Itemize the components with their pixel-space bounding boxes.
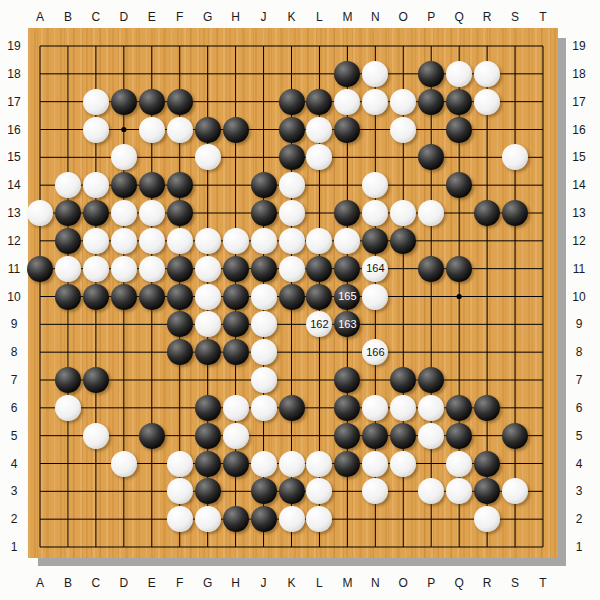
stone-q4[interactable] — [446, 451, 472, 477]
row-label-left-3: 3 — [11, 484, 18, 498]
col-label-bottom-h: H — [231, 576, 240, 590]
stone-o4[interactable] — [390, 451, 416, 477]
stone-n12[interactable] — [362, 228, 388, 254]
row-label-right-13: 13 — [572, 206, 585, 220]
stone-k12[interactable] — [279, 228, 305, 254]
stone-q16[interactable] — [446, 117, 472, 143]
stone-a13[interactable] — [27, 200, 53, 226]
col-label-bottom-r: R — [483, 576, 492, 590]
stone-k13[interactable] — [279, 200, 305, 226]
stone-f3[interactable] — [167, 478, 193, 504]
stone-r2[interactable] — [474, 506, 500, 532]
stone-p15[interactable] — [418, 144, 444, 170]
row-label-left-14: 14 — [7, 178, 20, 192]
stone-o13[interactable] — [390, 200, 416, 226]
stone-h12[interactable] — [223, 228, 249, 254]
stone-f8[interactable] — [167, 339, 193, 365]
stone-h5[interactable] — [223, 423, 249, 449]
stone-g15[interactable] — [195, 144, 221, 170]
row-label-right-6: 6 — [576, 401, 583, 415]
stone-m16[interactable] — [334, 117, 360, 143]
move-number-label: 164 — [366, 263, 384, 274]
col-label-bottom-s: S — [511, 576, 519, 590]
col-label-bottom-m: M — [342, 576, 352, 590]
stone-h4[interactable] — [223, 451, 249, 477]
stone-m9[interactable]: 163 — [334, 311, 360, 337]
stone-b14[interactable] — [55, 172, 81, 198]
stone-b13[interactable] — [55, 200, 81, 226]
stone-k2[interactable] — [279, 506, 305, 532]
stone-m13[interactable] — [334, 200, 360, 226]
row-label-right-10: 10 — [572, 290, 585, 304]
col-label-bottom-j: J — [261, 576, 267, 590]
stone-f17[interactable] — [167, 89, 193, 115]
stone-n4[interactable] — [362, 451, 388, 477]
col-label-bottom-e: E — [148, 576, 156, 590]
stone-d13[interactable] — [111, 200, 137, 226]
col-label-top-n: N — [371, 10, 380, 24]
stone-q14[interactable] — [446, 172, 472, 198]
stone-l12[interactable] — [306, 228, 332, 254]
stone-c11[interactable] — [83, 256, 109, 282]
stone-l11[interactable] — [306, 256, 332, 282]
stone-o6[interactable] — [390, 395, 416, 421]
col-label-bottom-g: G — [203, 576, 212, 590]
move-number-label: 163 — [338, 319, 356, 330]
stone-m11[interactable] — [334, 256, 360, 282]
stone-g4[interactable] — [195, 451, 221, 477]
stone-a11[interactable] — [27, 256, 53, 282]
col-label-bottom-o: O — [399, 576, 408, 590]
col-label-top-j: J — [261, 10, 267, 24]
row-label-left-8: 8 — [11, 345, 18, 359]
stone-g3[interactable] — [195, 478, 221, 504]
row-label-left-15: 15 — [7, 150, 20, 164]
stone-f10[interactable] — [167, 284, 193, 310]
stone-o5[interactable] — [390, 423, 416, 449]
stone-n17[interactable] — [362, 89, 388, 115]
stone-f13[interactable] — [167, 200, 193, 226]
col-label-top-d: D — [119, 10, 128, 24]
stone-q18[interactable] — [446, 61, 472, 87]
stone-q17[interactable] — [446, 89, 472, 115]
stone-g6[interactable] — [195, 395, 221, 421]
stone-h16[interactable] — [223, 117, 249, 143]
stone-b11[interactable] — [55, 256, 81, 282]
stone-n8[interactable]: 166 — [362, 339, 388, 365]
stone-g2[interactable] — [195, 506, 221, 532]
stone-f4[interactable] — [167, 451, 193, 477]
goban[interactable]: 164165162163166 — [28, 28, 558, 558]
col-label-top-e: E — [148, 10, 156, 24]
stone-g9[interactable] — [195, 311, 221, 337]
stone-d11[interactable] — [111, 256, 137, 282]
stone-q11[interactable] — [446, 256, 472, 282]
col-label-top-t: T — [539, 10, 546, 24]
stone-r17[interactable] — [474, 89, 500, 115]
col-label-top-c: C — [92, 10, 101, 24]
col-label-bottom-f: F — [176, 576, 183, 590]
col-label-top-p: P — [427, 10, 435, 24]
stone-h6[interactable] — [223, 395, 249, 421]
stone-k14[interactable] — [279, 172, 305, 198]
stone-o17[interactable] — [390, 89, 416, 115]
stone-c7[interactable] — [83, 367, 109, 393]
row-label-left-19: 19 — [7, 39, 20, 53]
stone-s13[interactable] — [502, 200, 528, 226]
stone-m17[interactable] — [334, 89, 360, 115]
stone-l15[interactable] — [306, 144, 332, 170]
stone-o16[interactable] — [390, 117, 416, 143]
stone-h2[interactable] — [223, 506, 249, 532]
stone-h11[interactable] — [223, 256, 249, 282]
col-label-bottom-c: C — [92, 576, 101, 590]
stone-m4[interactable] — [334, 451, 360, 477]
stone-j7[interactable] — [251, 367, 277, 393]
stone-d14[interactable] — [111, 172, 137, 198]
stone-e13[interactable] — [139, 200, 165, 226]
row-label-right-12: 12 — [572, 234, 585, 248]
stone-h8[interactable] — [223, 339, 249, 365]
stone-c17[interactable] — [83, 89, 109, 115]
stone-j12[interactable] — [251, 228, 277, 254]
stone-d4[interactable] — [111, 451, 137, 477]
stone-q6[interactable] — [446, 395, 472, 421]
stone-p7[interactable] — [418, 367, 444, 393]
stone-d12[interactable] — [111, 228, 137, 254]
col-label-top-a: A — [36, 10, 44, 24]
stone-n13[interactable] — [362, 200, 388, 226]
stone-f9[interactable] — [167, 311, 193, 337]
stone-l2[interactable] — [306, 506, 332, 532]
stone-h10[interactable] — [223, 284, 249, 310]
stone-f16[interactable] — [167, 117, 193, 143]
stone-n11[interactable]: 164 — [362, 256, 388, 282]
stone-p18[interactable] — [418, 61, 444, 87]
stone-o12[interactable] — [390, 228, 416, 254]
move-number-label: 166 — [366, 347, 384, 358]
move-number-label: 165 — [338, 291, 356, 302]
stone-k10[interactable] — [279, 284, 305, 310]
col-label-bottom-d: D — [119, 576, 128, 590]
row-label-right-17: 17 — [572, 95, 585, 109]
row-label-left-2: 2 — [11, 512, 18, 526]
col-label-top-m: M — [342, 10, 352, 24]
col-label-top-o: O — [399, 10, 408, 24]
row-label-right-2: 2 — [576, 512, 583, 526]
stone-g11[interactable] — [195, 256, 221, 282]
stone-e10[interactable] — [139, 284, 165, 310]
row-label-left-4: 4 — [11, 457, 18, 471]
stone-c12[interactable] — [83, 228, 109, 254]
stone-k17[interactable] — [279, 89, 305, 115]
stone-l9[interactable]: 162 — [306, 311, 332, 337]
row-label-left-12: 12 — [7, 234, 20, 248]
stone-r3[interactable] — [474, 478, 500, 504]
col-label-bottom-l: L — [316, 576, 323, 590]
stone-j9[interactable] — [251, 311, 277, 337]
stone-m5[interactable] — [334, 423, 360, 449]
stone-e11[interactable] — [139, 256, 165, 282]
col-label-top-k: K — [287, 10, 295, 24]
stone-k3[interactable] — [279, 478, 305, 504]
stone-n14[interactable] — [362, 172, 388, 198]
col-label-top-f: F — [176, 10, 183, 24]
stone-c10[interactable] — [83, 284, 109, 310]
stone-c5[interactable] — [83, 423, 109, 449]
stone-d10[interactable] — [111, 284, 137, 310]
stone-n18[interactable] — [362, 61, 388, 87]
stone-k16[interactable] — [279, 117, 305, 143]
stone-e5[interactable] — [139, 423, 165, 449]
stone-n6[interactable] — [362, 395, 388, 421]
stone-b12[interactable] — [55, 228, 81, 254]
col-label-bottom-q: Q — [454, 576, 463, 590]
col-label-bottom-b: B — [64, 576, 72, 590]
row-label-right-11: 11 — [573, 262, 585, 276]
stone-s15[interactable] — [502, 144, 528, 170]
col-label-top-b: B — [64, 10, 72, 24]
stone-j8[interactable] — [251, 339, 277, 365]
stone-r6[interactable] — [474, 395, 500, 421]
stone-m6[interactable] — [334, 395, 360, 421]
stone-e12[interactable] — [139, 228, 165, 254]
row-label-right-15: 15 — [572, 150, 585, 164]
stone-l16[interactable] — [306, 117, 332, 143]
stone-r4[interactable] — [474, 451, 500, 477]
row-label-left-11: 11 — [8, 262, 20, 276]
stone-g10[interactable] — [195, 284, 221, 310]
row-label-right-8: 8 — [576, 345, 583, 359]
row-label-left-9: 9 — [11, 317, 18, 331]
row-label-left-18: 18 — [7, 67, 20, 81]
stone-r13[interactable] — [474, 200, 500, 226]
stone-p5[interactable] — [418, 423, 444, 449]
col-label-top-h: H — [231, 10, 240, 24]
stone-p13[interactable] — [418, 200, 444, 226]
stone-k15[interactable] — [279, 144, 305, 170]
stone-g12[interactable] — [195, 228, 221, 254]
col-label-bottom-p: P — [427, 576, 435, 590]
stone-l10[interactable] — [306, 284, 332, 310]
stone-p11[interactable] — [418, 256, 444, 282]
row-label-right-19: 19 — [572, 39, 585, 53]
stone-f14[interactable] — [167, 172, 193, 198]
stone-n10[interactable] — [362, 284, 388, 310]
stone-m10[interactable]: 165 — [334, 284, 360, 310]
stone-p3[interactable] — [418, 478, 444, 504]
stone-b10[interactable] — [55, 284, 81, 310]
stone-j13[interactable] — [251, 200, 277, 226]
row-label-right-1: 1 — [576, 540, 583, 554]
stone-g5[interactable] — [195, 423, 221, 449]
stone-c13[interactable] — [83, 200, 109, 226]
stone-s3[interactable] — [502, 478, 528, 504]
row-label-right-16: 16 — [572, 123, 585, 137]
stone-m12[interactable] — [334, 228, 360, 254]
stone-h9[interactable] — [223, 311, 249, 337]
stone-l17[interactable] — [306, 89, 332, 115]
stone-g8[interactable] — [195, 339, 221, 365]
row-label-right-18: 18 — [572, 67, 585, 81]
col-label-top-g: G — [203, 10, 212, 24]
stone-g16[interactable] — [195, 117, 221, 143]
row-label-left-17: 17 — [7, 95, 20, 109]
stone-k11[interactable] — [279, 256, 305, 282]
row-label-left-5: 5 — [11, 429, 18, 443]
stone-b7[interactable] — [55, 367, 81, 393]
stone-f2[interactable] — [167, 506, 193, 532]
move-number-label: 162 — [310, 319, 328, 330]
stone-d15[interactable] — [111, 144, 137, 170]
row-label-right-9: 9 — [576, 317, 583, 331]
row-label-right-4: 4 — [576, 457, 583, 471]
stone-p17[interactable] — [418, 89, 444, 115]
stone-j6[interactable] — [251, 395, 277, 421]
stone-q3[interactable] — [446, 478, 472, 504]
stone-b6[interactable] — [55, 395, 81, 421]
stone-n3[interactable] — [362, 478, 388, 504]
hoshi-point — [121, 127, 126, 132]
stone-e14[interactable] — [139, 172, 165, 198]
stone-j11[interactable] — [251, 256, 277, 282]
stone-k4[interactable] — [279, 451, 305, 477]
row-label-left-16: 16 — [7, 123, 20, 137]
stone-n5[interactable] — [362, 423, 388, 449]
col-label-top-s: S — [511, 10, 519, 24]
stone-j14[interactable] — [251, 172, 277, 198]
stone-e16[interactable] — [139, 117, 165, 143]
col-label-bottom-k: K — [287, 576, 295, 590]
stone-q5[interactable] — [446, 423, 472, 449]
col-label-bottom-t: T — [539, 576, 546, 590]
row-label-left-6: 6 — [11, 401, 18, 415]
row-label-right-14: 14 — [572, 178, 585, 192]
col-label-top-l: L — [316, 10, 323, 24]
col-label-bottom-n: N — [371, 576, 380, 590]
stone-f11[interactable] — [167, 256, 193, 282]
row-label-right-7: 7 — [576, 373, 583, 387]
stone-r18[interactable] — [474, 61, 500, 87]
stone-f12[interactable] — [167, 228, 193, 254]
stone-s5[interactable] — [502, 423, 528, 449]
row-label-right-3: 3 — [576, 484, 583, 498]
go-diagram: 164165162163166 AABBCCDDEEFFGGHHJJKKLLMM… — [0, 0, 600, 600]
row-label-left-1: 1 — [11, 540, 18, 554]
stone-l4[interactable] — [306, 451, 332, 477]
stone-o7[interactable] — [390, 367, 416, 393]
col-label-top-r: R — [483, 10, 492, 24]
stone-c14[interactable] — [83, 172, 109, 198]
stone-c16[interactable] — [83, 117, 109, 143]
row-label-left-7: 7 — [11, 373, 18, 387]
hoshi-point — [457, 294, 462, 299]
stone-k6[interactable] — [279, 395, 305, 421]
stone-e17[interactable] — [139, 89, 165, 115]
stone-m7[interactable] — [334, 367, 360, 393]
stone-j3[interactable] — [251, 478, 277, 504]
stone-j4[interactable] — [251, 451, 277, 477]
row-label-left-10: 10 — [7, 290, 20, 304]
row-label-left-13: 13 — [7, 206, 20, 220]
stone-j10[interactable] — [251, 284, 277, 310]
col-label-bottom-a: A — [36, 576, 44, 590]
stone-d17[interactable] — [111, 89, 137, 115]
col-label-top-q: Q — [454, 10, 463, 24]
stone-p6[interactable] — [418, 395, 444, 421]
stone-j2[interactable] — [251, 506, 277, 532]
row-label-right-5: 5 — [576, 429, 583, 443]
stone-l3[interactable] — [306, 478, 332, 504]
stone-m18[interactable] — [334, 61, 360, 87]
